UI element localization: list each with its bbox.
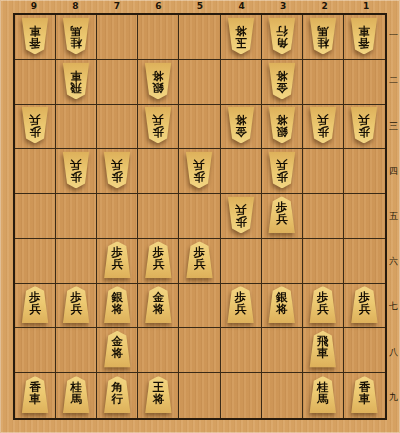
piece-sente-pawn[interactable]: 歩兵 (267, 196, 297, 233)
file-label-9: 9 (13, 0, 55, 13)
square-4i[interactable] (221, 373, 262, 418)
piece-kanji: 角行 (102, 376, 132, 413)
piece-kanji: 歩兵 (267, 152, 297, 189)
piece-kanji: 銀将 (267, 286, 297, 323)
piece-kanji: 歩兵 (143, 241, 173, 278)
rank-label-h: 八 (387, 330, 400, 375)
piece-sente-king[interactable]: 王将 (143, 376, 173, 413)
square-5a[interactable] (179, 15, 220, 60)
square-9a[interactable]: 香車 (15, 15, 56, 60)
square-3e[interactable]: 歩兵 (262, 194, 303, 239)
piece-sente-pawn[interactable]: 歩兵 (143, 241, 173, 278)
piece-gote-gold[interactable]: 金将 (267, 62, 297, 99)
piece-kanji: 香車 (20, 17, 50, 54)
square-4e[interactable]: 歩兵 (221, 194, 262, 239)
shogi-board: 香車桂馬玉将角行桂馬香車飛車銀将金将歩兵歩兵金将銀将歩兵歩兵歩兵歩兵歩兵歩兵歩兵… (13, 13, 387, 420)
square-1f[interactable] (344, 239, 385, 284)
piece-kanji: 歩兵 (226, 286, 256, 323)
piece-kanji: 歩兵 (349, 107, 379, 144)
square-5c[interactable] (179, 105, 220, 150)
piece-sente-gold[interactable]: 金将 (102, 331, 132, 368)
piece-kanji: 桂馬 (308, 17, 338, 54)
square-9d[interactable] (15, 149, 56, 194)
square-6d[interactable] (138, 149, 179, 194)
piece-sente-silver[interactable]: 銀将 (102, 286, 132, 323)
rank-label-d: 四 (387, 149, 400, 194)
square-9b[interactable] (15, 60, 56, 105)
file-label-2: 2 (304, 0, 346, 13)
piece-kanji: 歩兵 (20, 286, 50, 323)
file-labels: 987654321 (13, 0, 387, 13)
piece-kanji: 飛車 (308, 331, 338, 368)
square-7a[interactable] (97, 15, 138, 60)
rank-label-g: 七 (387, 284, 400, 329)
square-4h[interactable] (221, 328, 262, 373)
piece-kanji: 桂馬 (61, 376, 91, 413)
file-label-1: 1 (345, 0, 387, 13)
square-3h[interactable] (262, 328, 303, 373)
square-1c[interactable]: 歩兵 (344, 105, 385, 150)
square-5h[interactable] (179, 328, 220, 373)
file-label-7: 7 (96, 0, 138, 13)
piece-kanji: 銀将 (143, 62, 173, 99)
piece-gote-gold[interactable]: 金将 (226, 107, 256, 144)
square-4d[interactable] (221, 149, 262, 194)
piece-gote-lance[interactable]: 香車 (349, 17, 379, 54)
piece-gote-silver[interactable]: 銀将 (267, 107, 297, 144)
square-8a[interactable]: 桂馬 (56, 15, 97, 60)
square-2d[interactable] (303, 149, 344, 194)
square-2h[interactable]: 飛車 (303, 328, 344, 373)
square-4g[interactable]: 歩兵 (221, 284, 262, 329)
square-8g[interactable]: 歩兵 (56, 284, 97, 329)
square-7c[interactable] (97, 105, 138, 150)
piece-sente-lance[interactable]: 香車 (20, 376, 50, 413)
square-2e[interactable] (303, 194, 344, 239)
square-7i[interactable]: 角行 (97, 373, 138, 418)
square-1g[interactable]: 歩兵 (344, 284, 385, 329)
square-5f[interactable]: 歩兵 (179, 239, 220, 284)
rank-labels: 一二三四五六七八九 (387, 13, 400, 420)
square-1d[interactable] (344, 149, 385, 194)
square-7h[interactable]: 金将 (97, 328, 138, 373)
square-7d[interactable]: 歩兵 (97, 149, 138, 194)
piece-gote-pawn[interactable]: 歩兵 (20, 107, 50, 144)
square-8h[interactable] (56, 328, 97, 373)
square-8c[interactable] (56, 105, 97, 150)
square-2i[interactable]: 桂馬 (303, 373, 344, 418)
piece-kanji: 飛車 (61, 62, 91, 99)
piece-kanji: 銀将 (267, 107, 297, 144)
piece-kanji: 歩兵 (226, 196, 256, 233)
file-label-5: 5 (179, 0, 221, 13)
piece-kanji: 金将 (226, 107, 256, 144)
piece-kanji: 金将 (143, 286, 173, 323)
square-3g[interactable]: 銀将 (262, 284, 303, 329)
piece-gote-knight[interactable]: 桂馬 (61, 17, 91, 54)
square-3c[interactable]: 銀将 (262, 105, 303, 150)
square-8d[interactable]: 歩兵 (56, 149, 97, 194)
piece-sente-silver[interactable]: 銀将 (267, 286, 297, 323)
rank-label-a: 一 (387, 13, 400, 58)
square-6g[interactable]: 金将 (138, 284, 179, 329)
square-5d[interactable]: 歩兵 (179, 149, 220, 194)
piece-kanji: 王将 (143, 376, 173, 413)
square-6a[interactable] (138, 15, 179, 60)
square-5b[interactable] (179, 60, 220, 105)
piece-sente-pawn[interactable]: 歩兵 (20, 286, 50, 323)
square-4b[interactable] (221, 60, 262, 105)
square-2f[interactable] (303, 239, 344, 284)
piece-kanji: 桂馬 (308, 376, 338, 413)
square-9c[interactable]: 歩兵 (15, 105, 56, 150)
piece-gote-pawn[interactable]: 歩兵 (267, 152, 297, 189)
square-7e[interactable] (97, 194, 138, 239)
square-8b[interactable]: 飛車 (56, 60, 97, 105)
piece-sente-pawn[interactable]: 歩兵 (102, 241, 132, 278)
piece-sente-knight[interactable]: 桂馬 (61, 376, 91, 413)
piece-kanji: 玉将 (226, 17, 256, 54)
square-7g[interactable]: 銀将 (97, 284, 138, 329)
piece-kanji: 歩兵 (308, 107, 338, 144)
shogi-app: 987654321 一二三四五六七八九 香車桂馬玉将角行桂馬香車飛車銀将金将歩兵… (0, 0, 400, 433)
piece-sente-lance[interactable]: 香車 (349, 376, 379, 413)
piece-gote-rook[interactable]: 飛車 (61, 62, 91, 99)
square-6c[interactable]: 歩兵 (138, 105, 179, 150)
piece-kanji: 歩兵 (61, 286, 91, 323)
rank-label-c: 三 (387, 103, 400, 148)
piece-gote-bishop[interactable]: 角行 (267, 17, 297, 54)
piece-sente-pawn[interactable]: 歩兵 (61, 286, 91, 323)
piece-kanji: 歩兵 (267, 196, 297, 233)
piece-sente-gold[interactable]: 金将 (143, 286, 173, 323)
square-9h[interactable] (15, 328, 56, 373)
piece-kanji: 歩兵 (20, 107, 50, 144)
file-label-4: 4 (221, 0, 263, 13)
piece-sente-pawn[interactable]: 歩兵 (184, 241, 214, 278)
square-4c[interactable]: 金将 (221, 105, 262, 150)
piece-kanji: 歩兵 (143, 107, 173, 144)
piece-kanji: 銀将 (102, 286, 132, 323)
piece-gote-lance[interactable]: 香車 (20, 17, 50, 54)
piece-gote-pawn[interactable]: 歩兵 (226, 196, 256, 233)
square-9g[interactable]: 歩兵 (15, 284, 56, 329)
piece-kanji: 香車 (349, 376, 379, 413)
rank-label-b: 二 (387, 58, 400, 103)
piece-sente-knight[interactable]: 桂馬 (308, 376, 338, 413)
piece-kanji: 歩兵 (349, 286, 379, 323)
square-1b[interactable] (344, 60, 385, 105)
file-label-6: 6 (138, 0, 180, 13)
square-9i[interactable]: 香車 (15, 373, 56, 418)
square-5g[interactable] (179, 284, 220, 329)
square-3d[interactable]: 歩兵 (262, 149, 303, 194)
square-3a[interactable]: 角行 (262, 15, 303, 60)
square-1e[interactable] (344, 194, 385, 239)
square-4f[interactable] (221, 239, 262, 284)
piece-sente-bishop[interactable]: 角行 (102, 376, 132, 413)
square-6e[interactable] (138, 194, 179, 239)
square-2c[interactable]: 歩兵 (303, 105, 344, 150)
piece-gote-knight[interactable]: 桂馬 (308, 17, 338, 54)
square-1a[interactable]: 香車 (344, 15, 385, 60)
square-5e[interactable] (179, 194, 220, 239)
square-2a[interactable]: 桂馬 (303, 15, 344, 60)
piece-gote-king[interactable]: 玉将 (226, 17, 256, 54)
rank-label-e: 五 (387, 194, 400, 239)
piece-kanji: 角行 (267, 17, 297, 54)
square-6f[interactable]: 歩兵 (138, 239, 179, 284)
square-8f[interactable] (56, 239, 97, 284)
piece-gote-pawn[interactable]: 歩兵 (143, 107, 173, 144)
piece-kanji: 歩兵 (102, 241, 132, 278)
piece-gote-silver[interactable]: 銀将 (143, 62, 173, 99)
square-3f[interactable] (262, 239, 303, 284)
piece-kanji: 歩兵 (102, 152, 132, 189)
piece-kanji: 歩兵 (308, 286, 338, 323)
square-7b[interactable] (97, 60, 138, 105)
square-8e[interactable] (56, 194, 97, 239)
piece-sente-pawn[interactable]: 歩兵 (349, 286, 379, 323)
square-6i[interactable]: 王将 (138, 373, 179, 418)
rank-label-i: 九 (387, 375, 400, 420)
square-3i[interactable] (262, 373, 303, 418)
square-3b[interactable]: 金将 (262, 60, 303, 105)
square-8i[interactable]: 桂馬 (56, 373, 97, 418)
piece-gote-pawn[interactable]: 歩兵 (61, 152, 91, 189)
piece-sente-pawn[interactable]: 歩兵 (226, 286, 256, 323)
rank-label-f: 六 (387, 239, 400, 284)
piece-gote-pawn[interactable]: 歩兵 (308, 107, 338, 144)
piece-gote-pawn[interactable]: 歩兵 (102, 152, 132, 189)
piece-sente-pawn[interactable]: 歩兵 (308, 286, 338, 323)
square-1h[interactable] (344, 328, 385, 373)
square-2b[interactable] (303, 60, 344, 105)
piece-kanji: 香車 (349, 17, 379, 54)
piece-gote-pawn[interactable]: 歩兵 (349, 107, 379, 144)
piece-kanji: 歩兵 (184, 152, 214, 189)
piece-sente-rook[interactable]: 飛車 (308, 331, 338, 368)
file-label-8: 8 (55, 0, 97, 13)
square-5i[interactable] (179, 373, 220, 418)
file-label-3: 3 (262, 0, 304, 13)
piece-kanji: 香車 (20, 376, 50, 413)
square-4a[interactable]: 玉将 (221, 15, 262, 60)
square-9e[interactable] (15, 194, 56, 239)
piece-kanji: 歩兵 (184, 241, 214, 278)
square-9f[interactable] (15, 239, 56, 284)
square-1i[interactable]: 香車 (344, 373, 385, 418)
square-6b[interactable]: 銀将 (138, 60, 179, 105)
square-2g[interactable]: 歩兵 (303, 284, 344, 329)
square-6h[interactable] (138, 328, 179, 373)
square-7f[interactable]: 歩兵 (97, 239, 138, 284)
piece-kanji: 歩兵 (61, 152, 91, 189)
piece-gote-pawn[interactable]: 歩兵 (184, 152, 214, 189)
piece-kanji: 金将 (102, 331, 132, 368)
piece-kanji: 桂馬 (61, 17, 91, 54)
piece-kanji: 金将 (267, 62, 297, 99)
